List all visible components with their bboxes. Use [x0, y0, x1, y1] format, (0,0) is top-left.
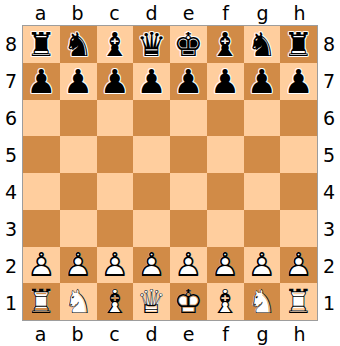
- square-a7[interactable]: ♟: [23, 63, 60, 100]
- rank-label-5-right: 5: [323, 144, 335, 166]
- file-label-h-top: h: [293, 2, 305, 24]
- piece-white-king-e1: ♚♔: [170, 283, 207, 320]
- piece-black-rook-a8: ♜: [23, 26, 60, 63]
- piece-black-pawn-g7: ♟: [244, 63, 281, 100]
- rank-label-2-left: 2: [5, 255, 17, 277]
- rank-label-3-right: 3: [323, 218, 335, 240]
- piece-black-queen-d8: ♛: [133, 26, 170, 63]
- piece-white-pawn-b2: ♟♙: [60, 247, 97, 284]
- rank-label-8-right: 8: [323, 33, 335, 55]
- square-d5[interactable]: [133, 136, 170, 173]
- square-h3[interactable]: [280, 210, 317, 247]
- square-h1[interactable]: ♜♖: [280, 283, 317, 320]
- square-a4[interactable]: [23, 173, 60, 210]
- white-pawn-outline: ♙: [170, 247, 207, 284]
- square-h4[interactable]: [280, 173, 317, 210]
- chess-board: ♜♞♝♛♚♝♞♜♟♟♟♟♟♟♟♟♟♙♟♙♟♙♟♙♟♙♟♙♟♙♟♙♜♖♞♘♝♗♛♕…: [22, 25, 318, 321]
- black-pawn-glyph: ♟: [133, 63, 170, 100]
- square-h7[interactable]: ♟: [280, 63, 317, 100]
- square-b7[interactable]: ♟: [60, 63, 97, 100]
- black-bishop-glyph: ♝: [207, 26, 244, 63]
- piece-white-queen-d1: ♛♕: [133, 283, 170, 320]
- rank-label-5-left: 5: [5, 144, 17, 166]
- rank-labels-right: 87654321: [318, 25, 340, 321]
- piece-black-knight-g8: ♞: [244, 26, 281, 63]
- square-d8[interactable]: ♛: [133, 26, 170, 63]
- square-g4[interactable]: [244, 173, 281, 210]
- white-bishop-outline: ♗: [97, 283, 134, 320]
- file-label-f-bottom: f: [222, 323, 229, 345]
- black-pawn-glyph: ♟: [23, 63, 60, 100]
- black-bishop-glyph: ♝: [97, 26, 134, 63]
- square-g8[interactable]: ♞: [244, 26, 281, 63]
- piece-white-pawn-a2: ♟♙: [23, 247, 60, 284]
- rank-label-4-right: 4: [323, 181, 335, 203]
- square-c2[interactable]: ♟♙: [97, 247, 134, 284]
- white-pawn-outline: ♙: [244, 247, 281, 284]
- rank-label-1-left: 1: [5, 292, 17, 314]
- white-king-outline: ♔: [170, 283, 207, 320]
- file-label-e-top: e: [183, 2, 195, 24]
- square-g7[interactable]: ♟: [244, 63, 281, 100]
- square-b4[interactable]: [60, 173, 97, 210]
- piece-black-king-e8: ♚: [170, 26, 207, 63]
- rank-label-3-left: 3: [5, 218, 17, 240]
- black-knight-glyph: ♞: [244, 26, 281, 63]
- square-a1[interactable]: ♜♖: [23, 283, 60, 320]
- file-label-c-top: c: [109, 2, 119, 24]
- file-label-g-bottom: g: [256, 323, 268, 345]
- white-rook-outline: ♖: [23, 283, 60, 320]
- rank-label-4-left: 4: [5, 181, 17, 203]
- rank-labels-left: 87654321: [0, 25, 22, 321]
- white-pawn-outline: ♙: [280, 247, 317, 284]
- square-a8[interactable]: ♜: [23, 26, 60, 63]
- black-rook-glyph: ♜: [23, 26, 60, 63]
- black-pawn-glyph: ♟: [97, 63, 134, 100]
- piece-black-pawn-e7: ♟: [170, 63, 207, 100]
- square-f8[interactable]: ♝: [207, 26, 244, 63]
- square-a6[interactable]: [23, 100, 60, 137]
- square-h8[interactable]: ♜: [280, 26, 317, 63]
- corner-top-right: [318, 0, 340, 25]
- rank-label-8-left: 8: [5, 33, 17, 55]
- piece-white-pawn-c2: ♟♙: [97, 247, 134, 284]
- file-label-d-bottom: d: [145, 323, 157, 345]
- piece-white-pawn-h2: ♟♙: [280, 247, 317, 284]
- rank-label-6-right: 6: [323, 107, 335, 129]
- square-d2[interactable]: ♟♙: [133, 247, 170, 284]
- rank-label-2-right: 2: [323, 255, 335, 277]
- square-d1[interactable]: ♛♕: [133, 283, 170, 320]
- black-king-glyph: ♚: [170, 26, 207, 63]
- file-label-b-top: b: [71, 2, 83, 24]
- white-pawn-outline: ♙: [133, 247, 170, 284]
- square-d4[interactable]: [133, 173, 170, 210]
- piece-white-knight-b1: ♞♘: [60, 283, 97, 320]
- black-knight-glyph: ♞: [60, 26, 97, 63]
- square-e6[interactable]: [170, 100, 207, 137]
- file-label-a-bottom: a: [35, 323, 47, 345]
- square-b2[interactable]: ♟♙: [60, 247, 97, 284]
- rank-label-7-left: 7: [5, 70, 17, 92]
- square-e2[interactable]: ♟♙: [170, 247, 207, 284]
- white-knight-outline: ♘: [60, 283, 97, 320]
- piece-black-pawn-c7: ♟: [97, 63, 134, 100]
- piece-black-pawn-d7: ♟: [133, 63, 170, 100]
- square-e8[interactable]: ♚: [170, 26, 207, 63]
- square-h5[interactable]: [280, 136, 317, 173]
- black-queen-glyph: ♛: [133, 26, 170, 63]
- white-bishop-outline: ♗: [207, 283, 244, 320]
- white-pawn-outline: ♙: [207, 247, 244, 284]
- corner-top-left: [0, 0, 22, 25]
- square-f7[interactable]: ♟: [207, 63, 244, 100]
- piece-black-pawn-h7: ♟: [280, 63, 317, 100]
- piece-white-pawn-g2: ♟♙: [244, 247, 281, 284]
- square-c7[interactable]: ♟: [97, 63, 134, 100]
- square-g2[interactable]: ♟♙: [244, 247, 281, 284]
- square-f5[interactable]: [207, 136, 244, 173]
- square-a5[interactable]: [23, 136, 60, 173]
- file-label-g-top: g: [256, 2, 268, 24]
- piece-black-bishop-f8: ♝: [207, 26, 244, 63]
- square-h6[interactable]: [280, 100, 317, 137]
- square-a2[interactable]: ♟♙: [23, 247, 60, 284]
- square-e4[interactable]: [170, 173, 207, 210]
- piece-white-bishop-c1: ♝♗: [97, 283, 134, 320]
- file-label-c-bottom: c: [109, 323, 119, 345]
- white-pawn-outline: ♙: [97, 247, 134, 284]
- square-g1[interactable]: ♞♘: [244, 283, 281, 320]
- white-rook-outline: ♖: [280, 283, 317, 320]
- piece-black-pawn-b7: ♟: [60, 63, 97, 100]
- square-c5[interactable]: [97, 136, 134, 173]
- square-c4[interactable]: [97, 173, 134, 210]
- square-h2[interactable]: ♟♙: [280, 247, 317, 284]
- rank-label-6-left: 6: [5, 107, 17, 129]
- square-f2[interactable]: ♟♙: [207, 247, 244, 284]
- piece-white-pawn-d2: ♟♙: [133, 247, 170, 284]
- piece-white-bishop-f1: ♝♗: [207, 283, 244, 320]
- file-labels-bottom: abcdefgh: [22, 321, 318, 346]
- rank-label-7-right: 7: [323, 70, 335, 92]
- black-pawn-glyph: ♟: [170, 63, 207, 100]
- file-labels-top: abcdefgh: [22, 0, 318, 25]
- square-e3[interactable]: [170, 210, 207, 247]
- black-pawn-glyph: ♟: [244, 63, 281, 100]
- black-rook-glyph: ♜: [280, 26, 317, 63]
- file-label-d-top: d: [145, 2, 157, 24]
- square-c6[interactable]: [97, 100, 134, 137]
- file-label-e-bottom: e: [183, 323, 195, 345]
- file-label-f-top: f: [222, 2, 229, 24]
- square-d3[interactable]: [133, 210, 170, 247]
- piece-white-knight-g1: ♞♘: [244, 283, 281, 320]
- piece-black-knight-b8: ♞: [60, 26, 97, 63]
- black-pawn-glyph: ♟: [207, 63, 244, 100]
- white-pawn-outline: ♙: [60, 247, 97, 284]
- rank-label-1-right: 1: [323, 292, 335, 314]
- square-c1[interactable]: ♝♗: [97, 283, 134, 320]
- square-e7[interactable]: ♟: [170, 63, 207, 100]
- square-b1[interactable]: ♞♘: [60, 283, 97, 320]
- piece-white-rook-h1: ♜♖: [280, 283, 317, 320]
- corner-bottom-right: [318, 321, 340, 346]
- square-g6[interactable]: [244, 100, 281, 137]
- square-b5[interactable]: [60, 136, 97, 173]
- square-b6[interactable]: [60, 100, 97, 137]
- square-f6[interactable]: [207, 100, 244, 137]
- piece-white-rook-a1: ♜♖: [23, 283, 60, 320]
- file-label-b-bottom: b: [71, 323, 83, 345]
- piece-black-pawn-a7: ♟: [23, 63, 60, 100]
- white-pawn-outline: ♙: [23, 247, 60, 284]
- square-d6[interactable]: [133, 100, 170, 137]
- file-label-a-top: a: [35, 2, 47, 24]
- piece-white-pawn-e2: ♟♙: [170, 247, 207, 284]
- white-queen-outline: ♕: [133, 283, 170, 320]
- piece-black-bishop-c8: ♝: [97, 26, 134, 63]
- square-e5[interactable]: [170, 136, 207, 173]
- square-f1[interactable]: ♝♗: [207, 283, 244, 320]
- piece-black-pawn-f7: ♟: [207, 63, 244, 100]
- square-b8[interactable]: ♞: [60, 26, 97, 63]
- square-f4[interactable]: [207, 173, 244, 210]
- square-b3[interactable]: [60, 210, 97, 247]
- square-e1[interactable]: ♚♔: [170, 283, 207, 320]
- square-g5[interactable]: [244, 136, 281, 173]
- corner-bottom-left: [0, 321, 22, 346]
- chess-diagram: abcdefgh 87654321 ♜♞♝♛♚♝♞♜♟♟♟♟♟♟♟♟♟♙♟♙♟♙…: [0, 0, 340, 346]
- square-c8[interactable]: ♝: [97, 26, 134, 63]
- square-a3[interactable]: [23, 210, 60, 247]
- piece-white-pawn-f2: ♟♙: [207, 247, 244, 284]
- piece-black-rook-h8: ♜: [280, 26, 317, 63]
- square-g3[interactable]: [244, 210, 281, 247]
- square-c3[interactable]: [97, 210, 134, 247]
- file-label-h-bottom: h: [293, 323, 305, 345]
- black-pawn-glyph: ♟: [280, 63, 317, 100]
- square-d7[interactable]: ♟: [133, 63, 170, 100]
- black-pawn-glyph: ♟: [60, 63, 97, 100]
- square-f3[interactable]: [207, 210, 244, 247]
- white-knight-outline: ♘: [244, 283, 281, 320]
